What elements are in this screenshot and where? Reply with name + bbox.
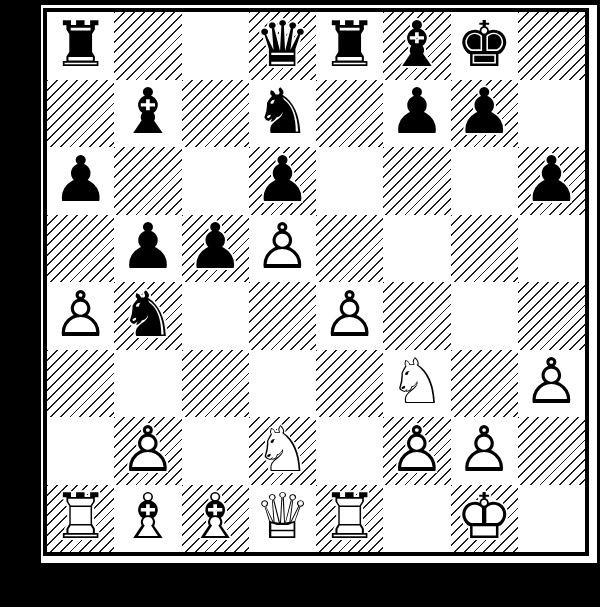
piece-glyph: ♛ — [254, 13, 310, 76]
square-e5[interactable] — [316, 215, 383, 283]
square-e7[interactable] — [316, 80, 383, 148]
piece-black-rook[interactable]: ♜ — [47, 12, 114, 80]
square-a5[interactable] — [47, 215, 114, 283]
square-c3[interactable] — [182, 350, 249, 418]
square-d1[interactable]: ♛♕ — [249, 485, 316, 553]
piece-black-pawn[interactable]: ♟ — [249, 147, 316, 215]
square-h2[interactable] — [518, 417, 585, 485]
piece-white-queen[interactable]: ♛♕ — [249, 485, 316, 553]
piece-glyph: ♞ — [120, 283, 176, 346]
square-f6[interactable] — [383, 147, 450, 215]
piece-white-pawn[interactable]: ♟♙ — [383, 417, 450, 485]
piece-black-knight[interactable]: ♞ — [249, 80, 316, 148]
square-h6[interactable]: ♟ — [518, 147, 585, 215]
square-b7[interactable]: ♝ — [114, 80, 181, 148]
piece-glyph: ♟ — [254, 148, 310, 211]
piece-black-pawn[interactable]: ♟ — [182, 215, 249, 283]
square-f8[interactable]: ♝ — [383, 12, 450, 80]
board-plate: ♜♛♜♝♚♝♞♟♟♟♟♟♟♟♟♙♟♙♞♟♙♞♘♟♙♟♙♞♘♟♙♟♙♜♖♝♗♝♗♛… — [41, 5, 597, 563]
square-b2[interactable]: ♟♙ — [114, 417, 181, 485]
piece-outline-layer: ♙ — [456, 418, 512, 481]
square-g2[interactable]: ♟♙ — [451, 417, 518, 485]
piece-outline-layer: ♙ — [523, 350, 579, 413]
piece-white-king[interactable]: ♚♔ — [451, 485, 518, 553]
square-a7[interactable] — [47, 80, 114, 148]
piece-outline-layer: ♙ — [52, 283, 108, 346]
piece-white-bishop[interactable]: ♝♗ — [182, 485, 249, 553]
piece-glyph: ♜ — [52, 13, 108, 76]
piece-outline-layer: ♕ — [254, 485, 310, 548]
square-h5[interactable] — [518, 215, 585, 283]
piece-white-knight[interactable]: ♞♘ — [383, 350, 450, 418]
square-c1[interactable]: ♝♗ — [182, 485, 249, 553]
piece-outline-layer: ♔ — [456, 485, 512, 548]
square-d4[interactable] — [249, 282, 316, 350]
square-g6[interactable] — [451, 147, 518, 215]
square-e6[interactable] — [316, 147, 383, 215]
piece-black-queen[interactable]: ♛ — [249, 12, 316, 80]
square-e1[interactable]: ♜♖ — [316, 485, 383, 553]
square-b6[interactable] — [114, 147, 181, 215]
square-e3[interactable] — [316, 350, 383, 418]
piece-black-king[interactable]: ♚ — [451, 12, 518, 80]
piece-black-pawn[interactable]: ♟ — [47, 147, 114, 215]
square-c8[interactable] — [182, 12, 249, 80]
square-g7[interactable]: ♟ — [451, 80, 518, 148]
square-c6[interactable] — [182, 147, 249, 215]
piece-outline-layer: ♘ — [254, 418, 310, 481]
board-frame: ♜♛♜♝♚♝♞♟♟♟♟♟♟♟♟♙♟♙♞♟♙♞♘♟♙♟♙♞♘♟♙♟♙♜♖♝♗♝♗♛… — [43, 8, 589, 556]
square-h8[interactable] — [518, 12, 585, 80]
piece-white-pawn[interactable]: ♟♙ — [316, 282, 383, 350]
square-d5[interactable]: ♟♙ — [249, 215, 316, 283]
square-c7[interactable] — [182, 80, 249, 148]
square-g3[interactable] — [451, 350, 518, 418]
piece-black-pawn[interactable]: ♟ — [518, 147, 585, 215]
square-g5[interactable] — [451, 215, 518, 283]
piece-outline-layer: ♙ — [254, 215, 310, 278]
piece-glyph: ♟ — [120, 215, 176, 278]
square-d7[interactable]: ♞ — [249, 80, 316, 148]
square-b1[interactable]: ♝♗ — [114, 485, 181, 553]
square-a6[interactable]: ♟ — [47, 147, 114, 215]
square-c2[interactable] — [182, 417, 249, 485]
square-g8[interactable]: ♚ — [451, 12, 518, 80]
square-f4[interactable] — [383, 282, 450, 350]
square-g4[interactable] — [451, 282, 518, 350]
square-d6[interactable]: ♟ — [249, 147, 316, 215]
square-a1[interactable]: ♜♖ — [47, 485, 114, 553]
piece-glyph: ♟ — [187, 215, 243, 278]
piece-white-rook[interactable]: ♜♖ — [47, 485, 114, 553]
piece-black-pawn[interactable]: ♟ — [114, 215, 181, 283]
square-h3[interactable]: ♟♙ — [518, 350, 585, 418]
square-h7[interactable] — [518, 80, 585, 148]
piece-white-pawn[interactable]: ♟♙ — [518, 350, 585, 418]
square-f1[interactable] — [383, 485, 450, 553]
square-e4[interactable]: ♟♙ — [316, 282, 383, 350]
square-a8[interactable]: ♜ — [47, 12, 114, 80]
piece-black-bishop[interactable]: ♝ — [114, 80, 181, 148]
square-f3[interactable]: ♞♘ — [383, 350, 450, 418]
square-b3[interactable] — [114, 350, 181, 418]
piece-outline-layer: ♘ — [389, 350, 445, 413]
square-a3[interactable] — [47, 350, 114, 418]
piece-outline-layer: ♙ — [321, 283, 377, 346]
square-e2[interactable] — [316, 417, 383, 485]
page-background: ♜♛♜♝♚♝♞♟♟♟♟♟♟♟♟♙♟♙♞♟♙♞♘♟♙♟♙♞♘♟♙♟♙♜♖♝♗♝♗♛… — [0, 0, 600, 607]
piece-black-pawn[interactable]: ♟ — [451, 80, 518, 148]
square-b4[interactable]: ♞ — [114, 282, 181, 350]
square-h4[interactable] — [518, 282, 585, 350]
square-e8[interactable]: ♜ — [316, 12, 383, 80]
piece-glyph: ♝ — [389, 13, 445, 76]
piece-white-pawn[interactable]: ♟♙ — [451, 417, 518, 485]
piece-glyph: ♟ — [52, 148, 108, 211]
square-b5[interactable]: ♟ — [114, 215, 181, 283]
square-f5[interactable] — [383, 215, 450, 283]
square-a2[interactable] — [47, 417, 114, 485]
square-h1[interactable] — [518, 485, 585, 553]
square-f7[interactable]: ♟ — [383, 80, 450, 148]
square-d8[interactable]: ♛ — [249, 12, 316, 80]
piece-glyph: ♟ — [456, 80, 512, 143]
piece-outline-layer: ♗ — [187, 485, 243, 548]
piece-white-pawn[interactable]: ♟♙ — [47, 282, 114, 350]
piece-white-knight[interactable]: ♞♘ — [249, 417, 316, 485]
piece-white-pawn[interactable]: ♟♙ — [249, 215, 316, 283]
square-f2[interactable]: ♟♙ — [383, 417, 450, 485]
piece-black-rook[interactable]: ♜ — [316, 12, 383, 80]
piece-outline-layer: ♖ — [321, 485, 377, 548]
piece-outline-layer: ♙ — [120, 418, 176, 481]
square-g1[interactable]: ♚♔ — [451, 485, 518, 553]
chess-board: ♜♛♜♝♚♝♞♟♟♟♟♟♟♟♟♙♟♙♞♟♙♞♘♟♙♟♙♞♘♟♙♟♙♜♖♝♗♝♗♛… — [47, 12, 585, 552]
piece-glyph: ♟ — [389, 80, 445, 143]
square-b8[interactable] — [114, 12, 181, 80]
square-c4[interactable] — [182, 282, 249, 350]
square-d2[interactable]: ♞♘ — [249, 417, 316, 485]
piece-white-rook[interactable]: ♜♖ — [316, 485, 383, 553]
piece-glyph: ♜ — [321, 13, 377, 76]
piece-outline-layer: ♙ — [389, 418, 445, 481]
piece-glyph: ♞ — [254, 80, 310, 143]
square-c5[interactable]: ♟ — [182, 215, 249, 283]
piece-white-pawn[interactable]: ♟♙ — [114, 417, 181, 485]
piece-glyph: ♝ — [120, 80, 176, 143]
piece-white-bishop[interactable]: ♝♗ — [114, 485, 181, 553]
piece-outline-layer: ♖ — [52, 485, 108, 548]
square-a4[interactable]: ♟♙ — [47, 282, 114, 350]
piece-black-knight[interactable]: ♞ — [114, 282, 181, 350]
square-d3[interactable] — [249, 350, 316, 418]
piece-black-bishop[interactable]: ♝ — [383, 12, 450, 80]
piece-glyph: ♟ — [523, 148, 579, 211]
piece-glyph: ♚ — [456, 13, 512, 76]
piece-outline-layer: ♗ — [120, 485, 176, 548]
piece-black-pawn[interactable]: ♟ — [383, 80, 450, 148]
